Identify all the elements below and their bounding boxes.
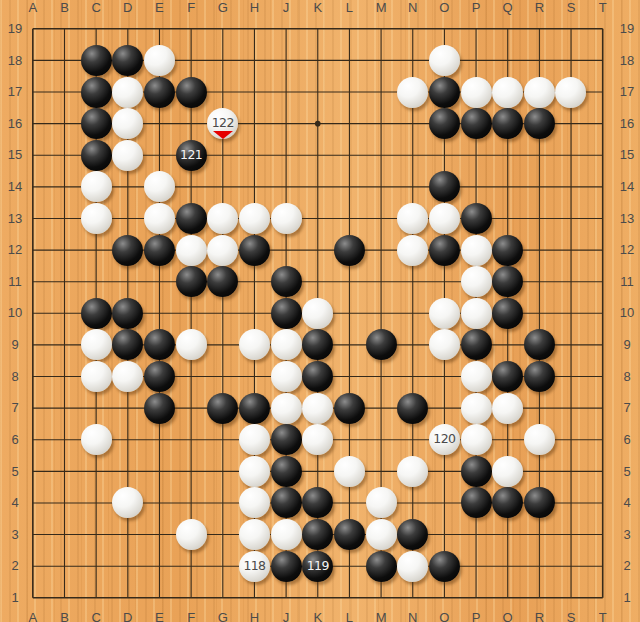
board-point-C1[interactable]: [80, 582, 112, 614]
board-point-C17[interactable]: [80, 76, 112, 108]
board-point-Q17[interactable]: [492, 76, 524, 108]
board-point-G1[interactable]: [207, 582, 239, 614]
board-point-T16[interactable]: [587, 108, 619, 140]
board-point-G19[interactable]: [207, 13, 239, 45]
board-point-F15[interactable]: 121: [175, 139, 207, 171]
board-point-G5[interactable]: [207, 456, 239, 488]
board-point-P18[interactable]: [460, 45, 492, 77]
board-point-D12[interactable]: [112, 234, 144, 266]
board-point-J15[interactable]: [270, 139, 302, 171]
board-point-G4[interactable]: [207, 487, 239, 519]
board-point-O16[interactable]: [429, 108, 461, 140]
board-point-B15[interactable]: [49, 139, 81, 171]
board-point-K16[interactable]: [302, 108, 334, 140]
board-point-J1[interactable]: [270, 582, 302, 614]
board-point-S18[interactable]: [555, 45, 587, 77]
board-point-T11[interactable]: [587, 266, 619, 298]
board-point-R5[interactable]: [524, 456, 556, 488]
board-point-L15[interactable]: [334, 139, 366, 171]
board-point-P5[interactable]: [460, 456, 492, 488]
board-point-A18[interactable]: [17, 45, 49, 77]
board-point-J2[interactable]: [270, 550, 302, 582]
board-point-C7[interactable]: [80, 392, 112, 424]
board-point-K8[interactable]: [302, 361, 334, 393]
board-point-G16[interactable]: 122: [207, 108, 239, 140]
board-point-O18[interactable]: [429, 45, 461, 77]
board-point-B11[interactable]: [49, 266, 81, 298]
board-point-P14[interactable]: [460, 171, 492, 203]
board-point-Q9[interactable]: [492, 329, 524, 361]
board-point-J13[interactable]: [270, 203, 302, 235]
board-point-M15[interactable]: [365, 139, 397, 171]
board-point-O1[interactable]: [429, 582, 461, 614]
board-point-M4[interactable]: [365, 487, 397, 519]
board-point-E1[interactable]: [144, 582, 176, 614]
board-point-Q15[interactable]: [492, 139, 524, 171]
board-point-A4[interactable]: [17, 487, 49, 519]
board-point-L5[interactable]: [334, 456, 366, 488]
board-point-J4[interactable]: [270, 487, 302, 519]
board-point-S1[interactable]: [555, 582, 587, 614]
board-point-B10[interactable]: [49, 297, 81, 329]
board-point-C2[interactable]: [80, 550, 112, 582]
board-point-M1[interactable]: [365, 582, 397, 614]
board-point-E11[interactable]: [144, 266, 176, 298]
board-point-D14[interactable]: [112, 171, 144, 203]
board-point-K7[interactable]: [302, 392, 334, 424]
board-point-E18[interactable]: [144, 45, 176, 77]
board-point-F2[interactable]: [175, 550, 207, 582]
board-point-O9[interactable]: [429, 329, 461, 361]
board-point-A15[interactable]: [17, 139, 49, 171]
board-point-M14[interactable]: [365, 171, 397, 203]
board-point-G12[interactable]: [207, 234, 239, 266]
board-point-D1[interactable]: [112, 582, 144, 614]
board-point-O14[interactable]: [429, 171, 461, 203]
board-point-S19[interactable]: [555, 13, 587, 45]
board-point-A14[interactable]: [17, 171, 49, 203]
board-point-E4[interactable]: [144, 487, 176, 519]
board-point-J9[interactable]: [270, 329, 302, 361]
board-point-D16[interactable]: [112, 108, 144, 140]
board-point-S9[interactable]: [555, 329, 587, 361]
board-point-N16[interactable]: [397, 108, 429, 140]
board-point-F1[interactable]: [175, 582, 207, 614]
board-point-M10[interactable]: [365, 297, 397, 329]
board-point-J19[interactable]: [270, 13, 302, 45]
board-point-S5[interactable]: [555, 456, 587, 488]
board-point-S10[interactable]: [555, 297, 587, 329]
board-point-F9[interactable]: [175, 329, 207, 361]
board-point-M5[interactable]: [365, 456, 397, 488]
board-point-J6[interactable]: [270, 424, 302, 456]
board-point-K3[interactable]: [302, 519, 334, 551]
board-point-E7[interactable]: [144, 392, 176, 424]
board-point-Q11[interactable]: [492, 266, 524, 298]
board-point-R1[interactable]: [524, 582, 556, 614]
board-point-J16[interactable]: [270, 108, 302, 140]
board-point-K14[interactable]: [302, 171, 334, 203]
board-point-H16[interactable]: [239, 108, 271, 140]
board-point-G13[interactable]: [207, 203, 239, 235]
board-point-H13[interactable]: [239, 203, 271, 235]
board-point-Q12[interactable]: [492, 234, 524, 266]
board-point-O6[interactable]: 120: [429, 424, 461, 456]
board-point-L1[interactable]: [334, 582, 366, 614]
board-point-C11[interactable]: [80, 266, 112, 298]
board-point-S8[interactable]: [555, 361, 587, 393]
board-point-M12[interactable]: [365, 234, 397, 266]
board-point-H17[interactable]: [239, 76, 271, 108]
board-point-F18[interactable]: [175, 45, 207, 77]
board-point-B1[interactable]: [49, 582, 81, 614]
board-point-T4[interactable]: [587, 487, 619, 519]
board-point-T3[interactable]: [587, 519, 619, 551]
board-point-B2[interactable]: [49, 550, 81, 582]
board-point-T18[interactable]: [587, 45, 619, 77]
board-point-L16[interactable]: [334, 108, 366, 140]
board-point-C5[interactable]: [80, 456, 112, 488]
board-point-C4[interactable]: [80, 487, 112, 519]
board-point-H11[interactable]: [239, 266, 271, 298]
board-point-F7[interactable]: [175, 392, 207, 424]
board-point-E8[interactable]: [144, 361, 176, 393]
board-point-R9[interactable]: [524, 329, 556, 361]
board-point-E6[interactable]: [144, 424, 176, 456]
board-point-R3[interactable]: [524, 519, 556, 551]
board-point-M19[interactable]: [365, 13, 397, 45]
board-point-C19[interactable]: [80, 13, 112, 45]
board-point-G17[interactable]: [207, 76, 239, 108]
board-point-D3[interactable]: [112, 519, 144, 551]
board-point-G2[interactable]: [207, 550, 239, 582]
board-point-R8[interactable]: [524, 361, 556, 393]
board-point-K2[interactable]: 119: [302, 550, 334, 582]
board-point-G6[interactable]: [207, 424, 239, 456]
board-point-H8[interactable]: [239, 361, 271, 393]
board-point-C15[interactable]: [80, 139, 112, 171]
board-point-T12[interactable]: [587, 234, 619, 266]
board-point-Q18[interactable]: [492, 45, 524, 77]
board-point-O7[interactable]: [429, 392, 461, 424]
board-point-P19[interactable]: [460, 13, 492, 45]
board-point-G9[interactable]: [207, 329, 239, 361]
board-point-S17[interactable]: [555, 76, 587, 108]
board-point-Q5[interactable]: [492, 456, 524, 488]
board-point-T6[interactable]: [587, 424, 619, 456]
board-point-Q4[interactable]: [492, 487, 524, 519]
board-point-L4[interactable]: [334, 487, 366, 519]
board-point-H14[interactable]: [239, 171, 271, 203]
board-point-N1[interactable]: [397, 582, 429, 614]
board-point-C8[interactable]: [80, 361, 112, 393]
board-point-B12[interactable]: [49, 234, 81, 266]
board-point-Q19[interactable]: [492, 13, 524, 45]
board-point-A1[interactable]: [17, 582, 49, 614]
board-point-K18[interactable]: [302, 45, 334, 77]
board-point-K13[interactable]: [302, 203, 334, 235]
board-point-B3[interactable]: [49, 519, 81, 551]
board-point-D8[interactable]: [112, 361, 144, 393]
board-point-E9[interactable]: [144, 329, 176, 361]
board-point-E5[interactable]: [144, 456, 176, 488]
board-point-R11[interactable]: [524, 266, 556, 298]
board-point-K17[interactable]: [302, 76, 334, 108]
board-point-S13[interactable]: [555, 203, 587, 235]
board-point-M2[interactable]: [365, 550, 397, 582]
board-point-T7[interactable]: [587, 392, 619, 424]
board-point-M17[interactable]: [365, 76, 397, 108]
board-point-F13[interactable]: [175, 203, 207, 235]
board-point-H6[interactable]: [239, 424, 271, 456]
board-point-S15[interactable]: [555, 139, 587, 171]
board-point-J8[interactable]: [270, 361, 302, 393]
board-point-K11[interactable]: [302, 266, 334, 298]
board-point-F11[interactable]: [175, 266, 207, 298]
board-point-D19[interactable]: [112, 13, 144, 45]
board-point-L6[interactable]: [334, 424, 366, 456]
board-point-H18[interactable]: [239, 45, 271, 77]
board-point-T15[interactable]: [587, 139, 619, 171]
board-point-L2[interactable]: [334, 550, 366, 582]
board-point-N18[interactable]: [397, 45, 429, 77]
board-point-S7[interactable]: [555, 392, 587, 424]
board-point-O13[interactable]: [429, 203, 461, 235]
board-point-J7[interactable]: [270, 392, 302, 424]
board-point-D4[interactable]: [112, 487, 144, 519]
board-point-L17[interactable]: [334, 76, 366, 108]
board-point-B13[interactable]: [49, 203, 81, 235]
board-point-N14[interactable]: [397, 171, 429, 203]
board-point-D17[interactable]: [112, 76, 144, 108]
board-point-Q3[interactable]: [492, 519, 524, 551]
board-point-H5[interactable]: [239, 456, 271, 488]
board-point-M13[interactable]: [365, 203, 397, 235]
board-point-F3[interactable]: [175, 519, 207, 551]
board-point-D2[interactable]: [112, 550, 144, 582]
board-point-B8[interactable]: [49, 361, 81, 393]
board-point-Q7[interactable]: [492, 392, 524, 424]
board-point-N15[interactable]: [397, 139, 429, 171]
board-point-N9[interactable]: [397, 329, 429, 361]
board-point-M11[interactable]: [365, 266, 397, 298]
board-point-B16[interactable]: [49, 108, 81, 140]
board-point-S12[interactable]: [555, 234, 587, 266]
board-point-K12[interactable]: [302, 234, 334, 266]
board-point-C14[interactable]: [80, 171, 112, 203]
board-point-A17[interactable]: [17, 76, 49, 108]
board-point-G14[interactable]: [207, 171, 239, 203]
board-point-C10[interactable]: [80, 297, 112, 329]
board-point-K19[interactable]: [302, 13, 334, 45]
board-point-T13[interactable]: [587, 203, 619, 235]
board-point-E14[interactable]: [144, 171, 176, 203]
board-point-R4[interactable]: [524, 487, 556, 519]
board-point-O12[interactable]: [429, 234, 461, 266]
board-point-C18[interactable]: [80, 45, 112, 77]
board-point-A8[interactable]: [17, 361, 49, 393]
board-point-Q13[interactable]: [492, 203, 524, 235]
board-point-H15[interactable]: [239, 139, 271, 171]
board-point-K10[interactable]: [302, 297, 334, 329]
board-point-Q16[interactable]: [492, 108, 524, 140]
board-point-S14[interactable]: [555, 171, 587, 203]
board-point-O15[interactable]: [429, 139, 461, 171]
board-point-Q14[interactable]: [492, 171, 524, 203]
board-point-R10[interactable]: [524, 297, 556, 329]
board-point-C12[interactable]: [80, 234, 112, 266]
board-point-E16[interactable]: [144, 108, 176, 140]
board-point-D13[interactable]: [112, 203, 144, 235]
board-point-S6[interactable]: [555, 424, 587, 456]
board-point-S16[interactable]: [555, 108, 587, 140]
board-point-K6[interactable]: [302, 424, 334, 456]
board-point-R7[interactable]: [524, 392, 556, 424]
board-point-N3[interactable]: [397, 519, 429, 551]
board-point-T19[interactable]: [587, 13, 619, 45]
board-point-G10[interactable]: [207, 297, 239, 329]
board-point-E3[interactable]: [144, 519, 176, 551]
board-point-J12[interactable]: [270, 234, 302, 266]
board-point-D10[interactable]: [112, 297, 144, 329]
board-point-M16[interactable]: [365, 108, 397, 140]
board-point-K4[interactable]: [302, 487, 334, 519]
board-point-P16[interactable]: [460, 108, 492, 140]
board-point-H7[interactable]: [239, 392, 271, 424]
board-point-L8[interactable]: [334, 361, 366, 393]
board-point-R14[interactable]: [524, 171, 556, 203]
board-point-F16[interactable]: [175, 108, 207, 140]
board-point-R19[interactable]: [524, 13, 556, 45]
board-point-L10[interactable]: [334, 297, 366, 329]
board-point-B14[interactable]: [49, 171, 81, 203]
board-point-A13[interactable]: [17, 203, 49, 235]
board-point-L3[interactable]: [334, 519, 366, 551]
board-point-A11[interactable]: [17, 266, 49, 298]
board-point-E19[interactable]: [144, 13, 176, 45]
board-point-P10[interactable]: [460, 297, 492, 329]
board-point-G7[interactable]: [207, 392, 239, 424]
board-point-G3[interactable]: [207, 519, 239, 551]
board-point-O10[interactable]: [429, 297, 461, 329]
board-point-P8[interactable]: [460, 361, 492, 393]
board-point-P17[interactable]: [460, 76, 492, 108]
board-point-N13[interactable]: [397, 203, 429, 235]
board-point-J14[interactable]: [270, 171, 302, 203]
board-point-N17[interactable]: [397, 76, 429, 108]
board-point-H12[interactable]: [239, 234, 271, 266]
board-point-G18[interactable]: [207, 45, 239, 77]
board-point-C9[interactable]: [80, 329, 112, 361]
board-point-P11[interactable]: [460, 266, 492, 298]
board-point-E2[interactable]: [144, 550, 176, 582]
board-point-A6[interactable]: [17, 424, 49, 456]
board-point-M6[interactable]: [365, 424, 397, 456]
board-point-C3[interactable]: [80, 519, 112, 551]
board-point-Q2[interactable]: [492, 550, 524, 582]
board-point-K9[interactable]: [302, 329, 334, 361]
board-point-H4[interactable]: [239, 487, 271, 519]
board-point-H19[interactable]: [239, 13, 271, 45]
board-point-D11[interactable]: [112, 266, 144, 298]
board-point-N10[interactable]: [397, 297, 429, 329]
board-point-R6[interactable]: [524, 424, 556, 456]
board-point-A19[interactable]: [17, 13, 49, 45]
board-point-Q6[interactable]: [492, 424, 524, 456]
board-point-F6[interactable]: [175, 424, 207, 456]
board-point-A2[interactable]: [17, 550, 49, 582]
board-point-E17[interactable]: [144, 76, 176, 108]
board-point-A16[interactable]: [17, 108, 49, 140]
board-point-P6[interactable]: [460, 424, 492, 456]
board-point-R16[interactable]: [524, 108, 556, 140]
board-point-L19[interactable]: [334, 13, 366, 45]
board-point-T1[interactable]: [587, 582, 619, 614]
board-point-F17[interactable]: [175, 76, 207, 108]
board-point-O8[interactable]: [429, 361, 461, 393]
board-point-H2[interactable]: 118: [239, 550, 271, 582]
board-point-P2[interactable]: [460, 550, 492, 582]
board-point-O3[interactable]: [429, 519, 461, 551]
board-point-O5[interactable]: [429, 456, 461, 488]
board-point-G8[interactable]: [207, 361, 239, 393]
board-point-M18[interactable]: [365, 45, 397, 77]
board-point-A9[interactable]: [17, 329, 49, 361]
board-point-C16[interactable]: [80, 108, 112, 140]
board-point-N12[interactable]: [397, 234, 429, 266]
board-point-B19[interactable]: [49, 13, 81, 45]
board-point-B9[interactable]: [49, 329, 81, 361]
board-point-F8[interactable]: [175, 361, 207, 393]
board-point-C13[interactable]: [80, 203, 112, 235]
board-point-K5[interactable]: [302, 456, 334, 488]
board-point-H10[interactable]: [239, 297, 271, 329]
board-point-L12[interactable]: [334, 234, 366, 266]
board-point-R18[interactable]: [524, 45, 556, 77]
board-point-S2[interactable]: [555, 550, 587, 582]
board-point-H3[interactable]: [239, 519, 271, 551]
board-point-O4[interactable]: [429, 487, 461, 519]
board-point-T8[interactable]: [587, 361, 619, 393]
board-point-O2[interactable]: [429, 550, 461, 582]
board-point-S3[interactable]: [555, 519, 587, 551]
board-point-N5[interactable]: [397, 456, 429, 488]
board-point-K1[interactable]: [302, 582, 334, 614]
board-point-N6[interactable]: [397, 424, 429, 456]
board-point-M3[interactable]: [365, 519, 397, 551]
board-point-B7[interactable]: [49, 392, 81, 424]
board-point-E10[interactable]: [144, 297, 176, 329]
board-point-A10[interactable]: [17, 297, 49, 329]
board-point-Q1[interactable]: [492, 582, 524, 614]
board-point-E15[interactable]: [144, 139, 176, 171]
board-point-H9[interactable]: [239, 329, 271, 361]
board-point-T14[interactable]: [587, 171, 619, 203]
board-point-J18[interactable]: [270, 45, 302, 77]
board-point-G15[interactable]: [207, 139, 239, 171]
board-point-P3[interactable]: [460, 519, 492, 551]
board-point-T5[interactable]: [587, 456, 619, 488]
board-point-T9[interactable]: [587, 329, 619, 361]
board-point-N2[interactable]: [397, 550, 429, 582]
board-point-L14[interactable]: [334, 171, 366, 203]
board-point-C6[interactable]: [80, 424, 112, 456]
board-point-L13[interactable]: [334, 203, 366, 235]
board-point-F10[interactable]: [175, 297, 207, 329]
board-point-J17[interactable]: [270, 76, 302, 108]
board-point-R12[interactable]: [524, 234, 556, 266]
board-point-L7[interactable]: [334, 392, 366, 424]
